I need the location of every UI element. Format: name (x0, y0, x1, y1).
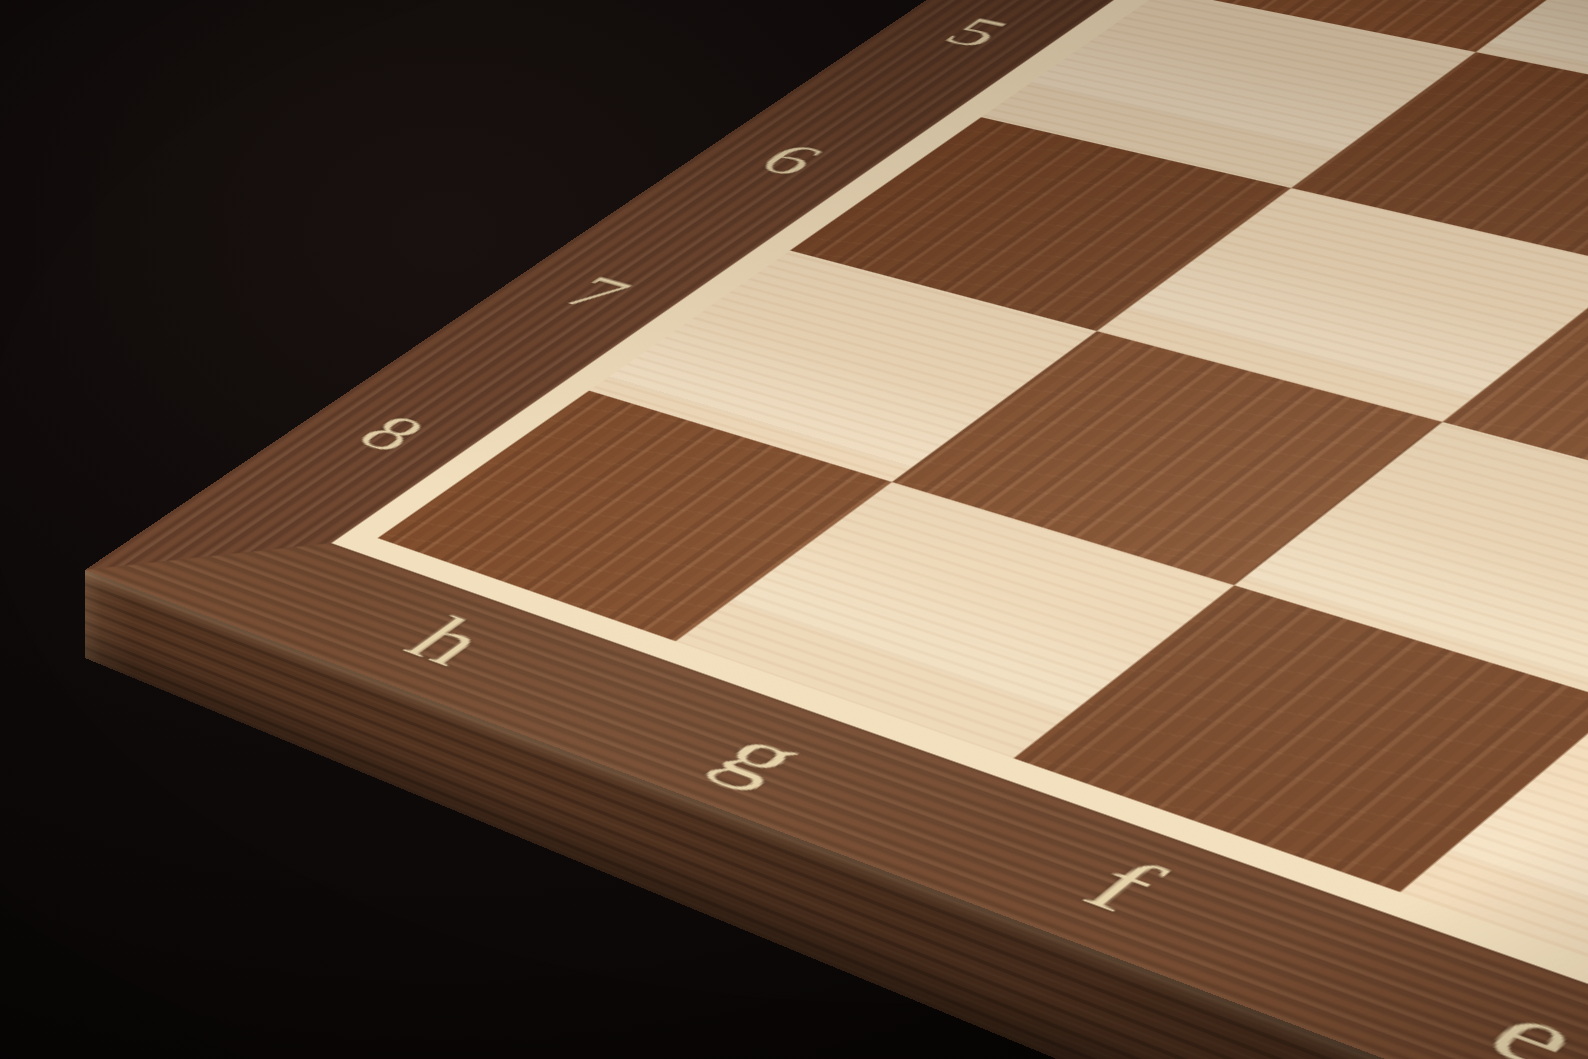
photo-stage: 8765hgfe (0, 0, 1588, 1059)
